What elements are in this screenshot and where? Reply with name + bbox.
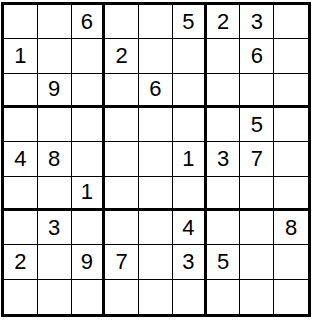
cell-r3c1[interactable] — [4, 74, 38, 108]
cell-r5c6[interactable]: 1 — [173, 142, 207, 176]
given-digit: 3 — [182, 251, 194, 273]
cell-r6c8[interactable] — [240, 177, 274, 211]
cell-r2c9[interactable] — [274, 39, 308, 73]
cell-r9c1[interactable] — [4, 280, 38, 314]
cell-r3c3[interactable] — [72, 74, 106, 108]
cell-r2c5[interactable] — [139, 39, 173, 73]
given-digit: 8 — [48, 148, 60, 170]
cell-r5c7[interactable]: 3 — [207, 142, 241, 176]
cell-r9c3[interactable] — [72, 280, 106, 314]
sudoku-board: 652312696548137134829735 — [1, 2, 311, 317]
cell-r9c4[interactable] — [105, 280, 139, 314]
cell-r4c6[interactable] — [173, 108, 207, 142]
given-digit: 5 — [182, 11, 194, 33]
given-digit: 1 — [14, 45, 26, 67]
cell-r1c4[interactable] — [105, 5, 139, 39]
cell-r5c1[interactable]: 4 — [4, 142, 38, 176]
cell-r9c2[interactable] — [38, 280, 72, 314]
cell-r5c9[interactable] — [274, 142, 308, 176]
cell-r9c9[interactable] — [274, 280, 308, 314]
cell-r6c4[interactable] — [105, 177, 139, 211]
cell-r2c6[interactable] — [173, 39, 207, 73]
cell-r5c5[interactable] — [139, 142, 173, 176]
cell-r2c8[interactable]: 6 — [240, 39, 274, 73]
given-digit: 1 — [81, 181, 93, 203]
cell-r1c1[interactable] — [4, 5, 38, 39]
cell-r5c2[interactable]: 8 — [38, 142, 72, 176]
given-digit: 3 — [251, 11, 263, 33]
cell-r7c8[interactable] — [240, 211, 274, 245]
given-digit: 9 — [81, 251, 93, 273]
cell-r7c2[interactable]: 3 — [38, 211, 72, 245]
cell-r4c9[interactable] — [274, 108, 308, 142]
cell-r8c6[interactable]: 3 — [173, 245, 207, 279]
cell-r4c1[interactable] — [4, 108, 38, 142]
cell-r5c3[interactable] — [72, 142, 106, 176]
cell-r9c5[interactable] — [139, 280, 173, 314]
cell-r3c6[interactable] — [173, 74, 207, 108]
cell-r1c6[interactable]: 5 — [173, 5, 207, 39]
cell-r4c2[interactable] — [38, 108, 72, 142]
cell-r6c2[interactable] — [38, 177, 72, 211]
given-digit: 6 — [251, 45, 263, 67]
cell-r2c4[interactable]: 2 — [105, 39, 139, 73]
cell-r8c8[interactable] — [240, 245, 274, 279]
cell-r4c7[interactable] — [207, 108, 241, 142]
cell-r4c4[interactable] — [105, 108, 139, 142]
cell-r8c4[interactable]: 7 — [105, 245, 139, 279]
given-digit: 2 — [217, 11, 229, 33]
cell-r1c9[interactable] — [274, 5, 308, 39]
given-digit: 5 — [251, 114, 263, 136]
cell-r2c3[interactable] — [72, 39, 106, 73]
given-digit: 3 — [217, 148, 229, 170]
given-digit: 6 — [81, 11, 93, 33]
cell-r7c9[interactable]: 8 — [274, 211, 308, 245]
given-digit: 1 — [182, 148, 194, 170]
given-digit: 2 — [116, 45, 128, 67]
cell-r1c8[interactable]: 3 — [240, 5, 274, 39]
cell-r6c5[interactable] — [139, 177, 173, 211]
cell-r6c6[interactable] — [173, 177, 207, 211]
cell-r1c7[interactable]: 2 — [207, 5, 241, 39]
cell-r7c7[interactable] — [207, 211, 241, 245]
given-digit: 4 — [182, 217, 194, 239]
cell-r6c3[interactable]: 1 — [72, 177, 106, 211]
cell-r7c5[interactable] — [139, 211, 173, 245]
cell-r3c8[interactable] — [240, 74, 274, 108]
cell-r9c8[interactable] — [240, 280, 274, 314]
cell-r8c5[interactable] — [139, 245, 173, 279]
cell-r5c8[interactable]: 7 — [240, 142, 274, 176]
cell-r2c2[interactable] — [38, 39, 72, 73]
given-digit: 9 — [48, 78, 60, 100]
given-digit: 3 — [48, 217, 60, 239]
cell-r3c9[interactable] — [274, 74, 308, 108]
cell-r4c8[interactable]: 5 — [240, 108, 274, 142]
cell-r6c9[interactable] — [274, 177, 308, 211]
cell-r3c5[interactable]: 6 — [139, 74, 173, 108]
given-digit: 7 — [251, 148, 263, 170]
cell-r7c1[interactable] — [4, 211, 38, 245]
given-digit: 4 — [14, 148, 26, 170]
cell-r8c3[interactable]: 9 — [72, 245, 106, 279]
cell-r7c6[interactable]: 4 — [173, 211, 207, 245]
cell-r4c5[interactable] — [139, 108, 173, 142]
cell-r8c9[interactable] — [274, 245, 308, 279]
cell-r8c2[interactable] — [38, 245, 72, 279]
sudoku-page: 652312696548137134829735 — [0, 0, 312, 320]
given-digit: 7 — [116, 251, 128, 273]
cell-r8c7[interactable]: 5 — [207, 245, 241, 279]
given-digit: 6 — [149, 78, 161, 100]
cell-r2c1[interactable]: 1 — [4, 39, 38, 73]
cell-r1c2[interactable] — [38, 5, 72, 39]
cell-r9c6[interactable] — [173, 280, 207, 314]
cell-r6c7[interactable] — [207, 177, 241, 211]
given-digit: 5 — [217, 251, 229, 273]
cell-r7c4[interactable] — [105, 211, 139, 245]
cell-r3c7[interactable] — [207, 74, 241, 108]
cell-r1c5[interactable] — [139, 5, 173, 39]
cell-r9c7[interactable] — [207, 280, 241, 314]
cell-r1c3[interactable]: 6 — [72, 5, 106, 39]
cell-r3c2[interactable]: 9 — [38, 74, 72, 108]
cell-r7c3[interactable] — [72, 211, 106, 245]
cell-r6c1[interactable] — [4, 177, 38, 211]
cell-r8c1[interactable]: 2 — [4, 245, 38, 279]
cell-r4c3[interactable] — [72, 108, 106, 142]
given-digit: 8 — [285, 217, 297, 239]
cell-r3c4[interactable] — [105, 74, 139, 108]
given-digit: 2 — [14, 251, 26, 273]
cell-r2c7[interactable] — [207, 39, 241, 73]
cell-r5c4[interactable] — [105, 142, 139, 176]
